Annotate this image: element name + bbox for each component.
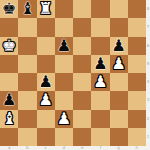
square-g2[interactable] [110,110,128,128]
square-e5[interactable] [73,55,91,73]
square-c8[interactable]: ♜ [37,0,55,18]
square-a2[interactable]: ♝ [0,110,18,128]
rank-label-4: 4 [146,73,150,91]
square-c7[interactable] [37,18,55,36]
square-h1[interactable] [128,128,146,146]
square-e6[interactable] [73,37,91,55]
square-b6[interactable] [18,37,36,55]
square-a3[interactable]: ♟ [0,91,18,109]
chess-diagram: ♚♝♜♚♟♟♟♟♟♟♟♟♝♟ abcdefgh 87654321 [0,0,150,150]
file-label-b: b [18,146,36,150]
square-b3[interactable] [18,91,36,109]
file-label-e: e [73,146,91,150]
square-a7[interactable] [0,18,18,36]
square-d8[interactable] [55,0,73,18]
square-a4[interactable] [0,73,18,91]
square-b5[interactable] [18,55,36,73]
square-c3[interactable]: ♟ [37,91,55,109]
square-f3[interactable] [91,91,109,109]
square-g7[interactable] [110,18,128,36]
square-b8[interactable]: ♝ [18,0,36,18]
rank-label-3: 3 [146,91,150,109]
square-g8[interactable] [110,0,128,18]
piece-black-bishop[interactable]: ♝ [20,1,34,17]
rank-label-8: 8 [146,0,150,18]
square-d7[interactable] [55,18,73,36]
square-g1[interactable] [110,128,128,146]
file-label-g: g [110,146,128,150]
piece-white-bishop[interactable]: ♝ [2,110,16,126]
square-e1[interactable] [73,128,91,146]
square-d1[interactable] [55,128,73,146]
file-label-h: h [128,146,146,150]
square-h8[interactable] [128,0,146,18]
square-b7[interactable] [18,18,36,36]
square-a6[interactable]: ♚ [0,37,18,55]
square-c4[interactable]: ♟ [37,73,55,91]
square-d3[interactable] [55,91,73,109]
square-f2[interactable] [91,110,109,128]
square-h3[interactable] [128,91,146,109]
rank-label-7: 7 [146,18,150,36]
piece-white-pawn[interactable]: ♟ [38,92,52,108]
square-h5[interactable] [128,55,146,73]
square-b4[interactable] [18,73,36,91]
rank-label-6: 6 [146,37,150,55]
rank-label-5: 5 [146,55,150,73]
square-f1[interactable] [91,128,109,146]
rank-label-2: 2 [146,110,150,128]
square-a8[interactable]: ♚ [0,0,18,18]
square-h7[interactable] [128,18,146,36]
square-f6[interactable] [91,37,109,55]
square-a1[interactable] [0,128,18,146]
file-label-d: d [55,146,73,150]
square-h6[interactable] [128,37,146,55]
square-a5[interactable] [0,55,18,73]
chess-board: ♚♝♜♚♟♟♟♟♟♟♟♟♝♟ [0,0,146,146]
square-f4[interactable]: ♟ [91,73,109,91]
square-g3[interactable] [110,91,128,109]
piece-black-pawn[interactable]: ♟ [111,37,125,53]
piece-white-pawn[interactable]: ♟ [111,55,125,71]
square-h4[interactable] [128,73,146,91]
square-d4[interactable] [55,73,73,91]
square-c6[interactable] [37,37,55,55]
square-h2[interactable] [128,110,146,128]
file-label-f: f [91,146,109,150]
piece-white-king[interactable]: ♚ [2,37,16,53]
piece-black-pawn[interactable]: ♟ [2,92,16,108]
square-f7[interactable] [91,18,109,36]
square-b2[interactable] [18,110,36,128]
square-b1[interactable] [18,128,36,146]
square-g4[interactable] [110,73,128,91]
square-d5[interactable] [55,55,73,73]
rank-label-1: 1 [146,128,150,146]
piece-black-pawn[interactable]: ♟ [93,55,107,71]
square-g5[interactable]: ♟ [110,55,128,73]
square-g6[interactable]: ♟ [110,37,128,55]
square-c1[interactable] [37,128,55,146]
square-e3[interactable] [73,91,91,109]
square-f5[interactable]: ♟ [91,55,109,73]
piece-white-pawn[interactable]: ♟ [93,74,107,90]
square-c2[interactable] [37,110,55,128]
piece-white-rook[interactable]: ♜ [38,1,52,17]
piece-black-pawn[interactable]: ♟ [57,37,71,53]
file-label-a: a [0,146,18,150]
file-coordinates-strip: abcdefgh [0,146,146,150]
file-label-c: c [37,146,55,150]
piece-white-pawn[interactable]: ♟ [57,110,71,126]
piece-black-king[interactable]: ♚ [2,1,16,17]
square-f8[interactable] [91,0,109,18]
square-c5[interactable] [37,55,55,73]
square-d2[interactable]: ♟ [55,110,73,128]
square-e2[interactable] [73,110,91,128]
rank-coordinates-strip: 87654321 [146,0,150,146]
square-e4[interactable] [73,73,91,91]
square-e7[interactable] [73,18,91,36]
square-e8[interactable] [73,0,91,18]
piece-black-pawn[interactable]: ♟ [38,74,52,90]
square-d6[interactable]: ♟ [55,37,73,55]
